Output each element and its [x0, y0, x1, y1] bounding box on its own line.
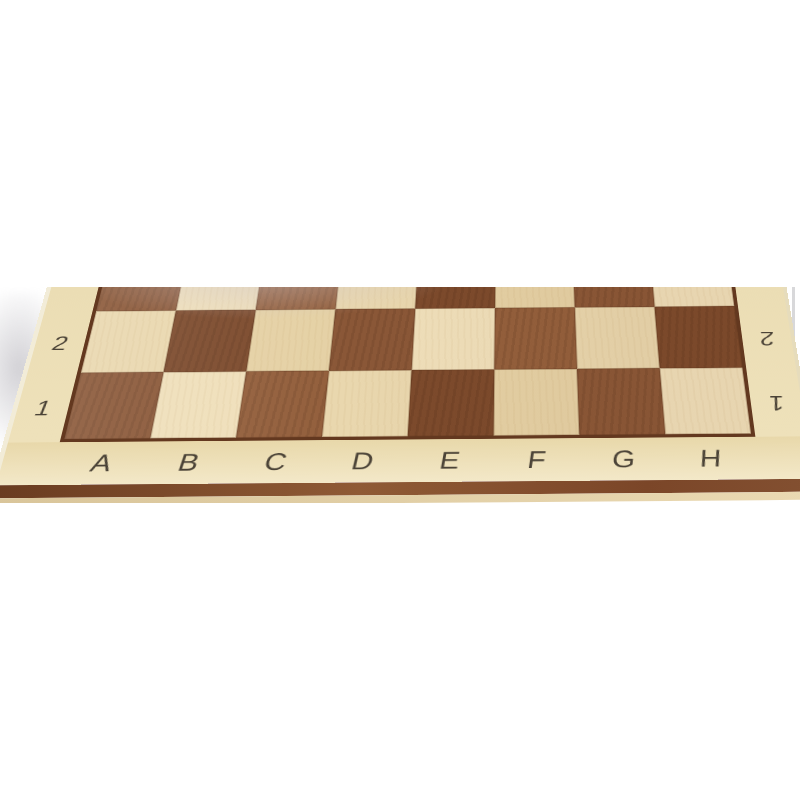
square-e2 — [412, 308, 495, 370]
chess-board: 21 21 ABCDEFGH — [0, 287, 800, 485]
square-e1 — [408, 370, 495, 437]
file-label-f: F — [490, 438, 583, 481]
square-a2 — [81, 311, 176, 373]
rank-label-left-2: 2 — [48, 332, 71, 355]
file-label-b: B — [138, 441, 239, 484]
board-photo: 21 21 ABCDEFGH — [0, 287, 800, 503]
rank-label-right-2: 2 — [759, 327, 774, 350]
rank-label-left-1: 1 — [31, 396, 56, 420]
file-border-bottom: ABCDEFGH — [0, 436, 800, 485]
file-label-g: G — [578, 437, 669, 480]
square-c1 — [236, 371, 329, 438]
square-f3 — [495, 287, 575, 308]
scene-tilt: 21 21 ABCDEFGH — [0, 287, 800, 503]
file-label-e: E — [402, 439, 497, 482]
square-h2 — [655, 306, 743, 368]
square-h3 — [650, 287, 735, 307]
square-a1 — [64, 372, 163, 439]
square-c3 — [256, 287, 342, 310]
square-d2 — [329, 309, 415, 371]
file-label-h: H — [666, 437, 755, 480]
playing-field — [60, 287, 756, 442]
square-f1 — [494, 369, 580, 436]
square-h1 — [660, 368, 751, 435]
file-label-a: A — [50, 441, 153, 484]
rank-label-right-1: 1 — [769, 390, 784, 414]
square-e3 — [415, 287, 495, 309]
file-label-c: C — [226, 440, 325, 483]
border-corner-right — [751, 436, 800, 479]
square-b2 — [164, 310, 256, 372]
square-d1 — [322, 370, 412, 437]
photo-background: 21 21 ABCDEFGH — [0, 0, 800, 800]
square-b1 — [150, 371, 246, 438]
square-g3 — [573, 287, 655, 307]
square-g2 — [575, 307, 660, 369]
square-c2 — [246, 309, 335, 371]
square-d3 — [335, 287, 418, 309]
file-labels-row: ABCDEFGH — [53, 437, 757, 485]
square-a3 — [96, 287, 187, 311]
file-label-d: D — [314, 439, 411, 482]
square-b3 — [176, 287, 265, 311]
square-f2 — [494, 307, 577, 369]
board-middle-band: 21 21 — [8, 287, 800, 443]
square-g1 — [577, 368, 665, 435]
